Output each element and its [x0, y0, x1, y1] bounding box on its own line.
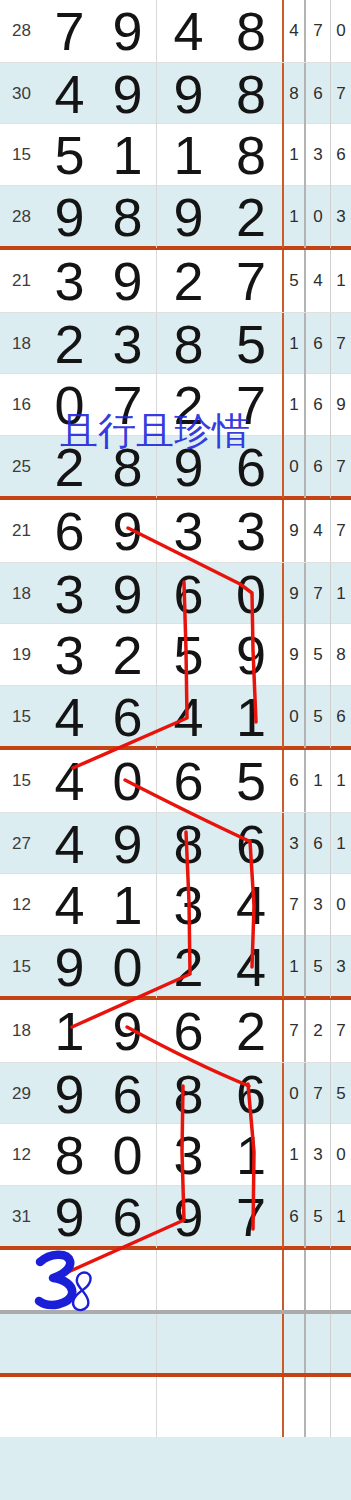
- digit-cell-3: 9: [156, 436, 219, 498]
- digit-cell-4: 4: [219, 874, 282, 936]
- aux-digit-1: 7: [282, 1000, 304, 1062]
- sum-cell: 19: [0, 624, 40, 686]
- aux-digit-2: 1: [304, 750, 330, 812]
- aux-digit-1: 1: [282, 1124, 304, 1186]
- digit-cell-3: 8: [156, 813, 219, 875]
- aux-digit-1: [282, 1314, 304, 1373]
- digit-cell-4: 1: [219, 686, 282, 748]
- aux-digit-2: 5: [304, 624, 330, 686]
- draw-row-8: 252896067: [0, 435, 351, 497]
- aux-digit-2: 6: [304, 436, 330, 498]
- aux-digit-2: 7: [304, 563, 330, 625]
- digit-cell-3: 8: [156, 1063, 219, 1125]
- digit-cell-1: 8: [40, 1124, 98, 1186]
- digit-cell-2: 6: [98, 686, 156, 748]
- digit-cell-1: 1: [40, 1000, 98, 1062]
- aux-digit-2: 0: [304, 186, 330, 248]
- digit-cell-3: 2: [156, 250, 219, 312]
- draw-row-1: 287948470: [0, 0, 351, 62]
- draw-row-12: 154641056: [0, 685, 351, 747]
- draw-row-20: 319697651: [0, 1185, 351, 1247]
- digit-cell-4: 1: [219, 1124, 282, 1186]
- aux-digit-1: 1: [282, 124, 304, 186]
- digit-cell-1: [40, 1250, 98, 1310]
- digit-cell-4: 2: [219, 1000, 282, 1062]
- digit-cell-4: 6: [219, 1063, 282, 1125]
- aux-digit-2: 6: [304, 374, 330, 436]
- aux-digit-3: [330, 1250, 351, 1310]
- digit-cell-3: 8: [156, 313, 219, 375]
- draw-row-16: 159024153: [0, 935, 351, 997]
- draw-row-17: 181962727: [0, 1000, 351, 1062]
- digit-cell-3: 5: [156, 624, 219, 686]
- digit-cell-1: 9: [40, 186, 98, 248]
- empty-row: [0, 1377, 351, 1437]
- aux-digit-2: 2: [304, 1000, 330, 1062]
- digit-cell-2: [98, 1377, 156, 1437]
- digit-cell-1: 6: [40, 500, 98, 562]
- aux-digit-3: 7: [330, 63, 351, 125]
- aux-digit-3: 5: [330, 1063, 351, 1125]
- draw-row-4: 289892103: [0, 185, 351, 247]
- empty-row: [0, 1314, 351, 1373]
- aux-digit-3: 6: [330, 124, 351, 186]
- aux-digit-1: 4: [282, 0, 304, 62]
- digit-cell-2: 0: [98, 1124, 156, 1186]
- aux-digit-1: 1: [282, 936, 304, 998]
- digit-cell-1: 9: [40, 936, 98, 998]
- aux-digit-3: [330, 1314, 351, 1373]
- aux-digit-3: 7: [330, 500, 351, 562]
- annotation-row: [0, 1250, 351, 1310]
- draw-row-3: 155118136: [0, 123, 351, 185]
- digit-cell-1: [40, 1314, 98, 1373]
- aux-digit-1: 0: [282, 686, 304, 748]
- digit-cell-1: 9: [40, 1186, 98, 1248]
- digit-cell-3: 4: [156, 686, 219, 748]
- sum-cell: 28: [0, 0, 40, 62]
- sum-cell: 31: [0, 1186, 40, 1248]
- aux-digit-3: 7: [330, 436, 351, 498]
- aux-digit-1: 0: [282, 436, 304, 498]
- digit-cell-3: [156, 1314, 219, 1373]
- aux-digit-2: 3: [304, 874, 330, 936]
- digit-cell-1: 4: [40, 874, 98, 936]
- digit-cell-1: 7: [40, 0, 98, 62]
- sum-cell: 25: [0, 436, 40, 498]
- digit-cell-1: 3: [40, 624, 98, 686]
- digit-cell-2: 0: [98, 936, 156, 998]
- draw-row-7: 160727169: [0, 373, 351, 435]
- aux-digit-1: [282, 1377, 304, 1437]
- digit-cell-4: 6: [219, 436, 282, 498]
- digit-cell-4: 9: [219, 624, 282, 686]
- digit-cell-3: 3: [156, 500, 219, 562]
- sum-cell: 15: [0, 936, 40, 998]
- digit-cell-3: 6: [156, 1000, 219, 1062]
- aux-digit-3: 1: [330, 750, 351, 812]
- digit-cell-3: 1: [156, 124, 219, 186]
- digit-cell-2: 1: [98, 124, 156, 186]
- aux-digit-2: 3: [304, 124, 330, 186]
- digit-cell-2: 3: [98, 313, 156, 375]
- digit-cell-2: 9: [98, 1000, 156, 1062]
- digit-cell-1: 2: [40, 313, 98, 375]
- digit-cell-2: [98, 1250, 156, 1310]
- digit-cell-4: 2: [219, 186, 282, 248]
- aux-digit-1: 6: [282, 750, 304, 812]
- digit-cell-3: 3: [156, 874, 219, 936]
- digit-cell-2: [98, 1314, 156, 1373]
- digit-cell-4: 7: [219, 1186, 282, 1248]
- digit-cell-3: 9: [156, 63, 219, 125]
- draw-row-19: 128031130: [0, 1123, 351, 1185]
- aux-digit-2: 7: [304, 1063, 330, 1125]
- digit-cell-4: 4: [219, 936, 282, 998]
- digit-cell-2: 9: [98, 500, 156, 562]
- aux-digit-3: 1: [330, 250, 351, 312]
- aux-digit-1: 1: [282, 313, 304, 375]
- aux-digit-3: 0: [330, 874, 351, 936]
- aux-digit-1: 6: [282, 1186, 304, 1248]
- sum-cell: 28: [0, 186, 40, 248]
- sum-cell: 18: [0, 313, 40, 375]
- draw-row-15: 124134730: [0, 873, 351, 935]
- aux-digit-1: 7: [282, 874, 304, 936]
- aux-digit-3: 1: [330, 813, 351, 875]
- aux-digit-2: 6: [304, 313, 330, 375]
- aux-digit-3: 8: [330, 624, 351, 686]
- sum-cell: 15: [0, 750, 40, 812]
- digit-cell-4: 6: [219, 813, 282, 875]
- digit-cell-2: 1: [98, 874, 156, 936]
- digit-cell-2: 2: [98, 624, 156, 686]
- digit-cell-2: 9: [98, 813, 156, 875]
- aux-digit-1: 0: [282, 1063, 304, 1125]
- draw-row-18: 299686075: [0, 1062, 351, 1124]
- digit-cell-4: 0: [219, 563, 282, 625]
- digit-cell-1: 3: [40, 563, 98, 625]
- digit-cell-2: 6: [98, 1186, 156, 1248]
- aux-digit-1: 9: [282, 563, 304, 625]
- draw-row-6: 182385167: [0, 312, 351, 374]
- digit-cell-2: 9: [98, 250, 156, 312]
- sum-cell: 21: [0, 500, 40, 562]
- digit-cell-4: [219, 1314, 282, 1373]
- digit-cell-3: 9: [156, 1186, 219, 1248]
- digit-cell-4: 5: [219, 313, 282, 375]
- digit-cell-2: 8: [98, 186, 156, 248]
- digit-cell-1: 4: [40, 686, 98, 748]
- digit-cell-2: 9: [98, 0, 156, 62]
- digit-cell-2: 9: [98, 563, 156, 625]
- sum-cell: 12: [0, 1124, 40, 1186]
- sum-cell: 15: [0, 686, 40, 748]
- aux-digit-3: 0: [330, 0, 351, 62]
- digit-cell-4: 7: [219, 374, 282, 436]
- aux-digit-3: 1: [330, 563, 351, 625]
- sum-cell: [0, 1314, 40, 1373]
- digit-cell-4: 7: [219, 250, 282, 312]
- aux-digit-2: 5: [304, 1186, 330, 1248]
- digit-cell-4: [219, 1377, 282, 1437]
- sum-cell: 18: [0, 1000, 40, 1062]
- aux-digit-2: 4: [304, 250, 330, 312]
- sum-cell: 30: [0, 63, 40, 125]
- digit-cell-1: 5: [40, 124, 98, 186]
- aux-digit-2: [304, 1377, 330, 1437]
- digit-cell-2: 8: [98, 436, 156, 498]
- aux-digit-3: 3: [330, 936, 351, 998]
- draw-row-9: 216933947: [0, 500, 351, 562]
- aux-digit-2: [304, 1250, 330, 1310]
- empty-row-footer: [0, 1437, 351, 1500]
- sum-cell: [0, 1377, 40, 1437]
- digit-cell-2: 0: [98, 750, 156, 812]
- digit-cell-1: 2: [40, 436, 98, 498]
- aux-digit-3: 0: [330, 1124, 351, 1186]
- sum-cell: 18: [0, 563, 40, 625]
- digit-cell-2: 9: [98, 63, 156, 125]
- sum-cell: 29: [0, 1063, 40, 1125]
- aux-digit-3: [330, 1377, 351, 1437]
- digit-cell-3: 6: [156, 563, 219, 625]
- digit-cell-1: 9: [40, 1063, 98, 1125]
- draw-row-10: 183960971: [0, 562, 351, 624]
- sum-cell: 12: [0, 874, 40, 936]
- aux-digit-2: 3: [304, 1124, 330, 1186]
- draw-row-5: 213927541: [0, 250, 351, 312]
- digit-cell-4: 8: [219, 124, 282, 186]
- digit-cell-1: [40, 1377, 98, 1437]
- aux-digit-2: 4: [304, 500, 330, 562]
- aux-digit-2: 5: [304, 686, 330, 748]
- digit-cell-3: 9: [156, 186, 219, 248]
- aux-digit-2: 6: [304, 63, 330, 125]
- digit-cell-1: 0: [40, 374, 98, 436]
- digit-cell-3: 6: [156, 750, 219, 812]
- aux-digit-3: 7: [330, 313, 351, 375]
- digit-cell-1: 3: [40, 250, 98, 312]
- digit-cell-2: 7: [98, 374, 156, 436]
- aux-digit-1: 9: [282, 500, 304, 562]
- digit-cell-3: 2: [156, 374, 219, 436]
- sum-cell: [0, 1250, 40, 1310]
- aux-digit-1: 8: [282, 63, 304, 125]
- sum-cell: 15: [0, 124, 40, 186]
- aux-digit-2: 7: [304, 0, 330, 62]
- digit-cell-1: 4: [40, 63, 98, 125]
- aux-digit-2: [304, 1314, 330, 1373]
- aux-digit-3: 9: [330, 374, 351, 436]
- aux-digit-3: 3: [330, 186, 351, 248]
- trend-table: 2879484703049988671551181362898921032139…: [0, 0, 351, 1500]
- aux-digit-1: 1: [282, 186, 304, 248]
- digit-cell-1: 4: [40, 750, 98, 812]
- sum-cell: 16: [0, 374, 40, 436]
- aux-digit-1: 9: [282, 624, 304, 686]
- aux-digit-2: 6: [304, 813, 330, 875]
- digit-cell-1: 4: [40, 813, 98, 875]
- aux-digit-1: 3: [282, 813, 304, 875]
- sum-cell: 27: [0, 813, 40, 875]
- aux-digit-1: 5: [282, 250, 304, 312]
- aux-digit-3: 1: [330, 1186, 351, 1248]
- digit-cell-3: 4: [156, 0, 219, 62]
- draw-row-14: 274986361: [0, 812, 351, 874]
- draw-row-2: 304998867: [0, 62, 351, 124]
- digit-cell-3: [156, 1377, 219, 1437]
- digit-cell-3: [156, 1250, 219, 1310]
- digit-cell-4: 8: [219, 0, 282, 62]
- aux-digit-3: 7: [330, 1000, 351, 1062]
- sum-cell: 21: [0, 250, 40, 312]
- draw-row-11: 193259958: [0, 623, 351, 685]
- draw-row-13: 154065611: [0, 750, 351, 812]
- digit-cell-3: 2: [156, 936, 219, 998]
- aux-digit-1: 1: [282, 374, 304, 436]
- lottery-trend-board[interactable]: 2879484703049988671551181362898921032139…: [0, 0, 351, 1500]
- digit-cell-3: 3: [156, 1124, 219, 1186]
- digit-cell-4: 3: [219, 500, 282, 562]
- digit-cell-4: 5: [219, 750, 282, 812]
- aux-digit-1: [282, 1250, 304, 1310]
- aux-digit-2: 5: [304, 936, 330, 998]
- digit-cell-2: 6: [98, 1063, 156, 1125]
- aux-digit-3: 6: [330, 686, 351, 748]
- digit-cell-4: 8: [219, 63, 282, 125]
- digit-cell-4: [219, 1250, 282, 1310]
